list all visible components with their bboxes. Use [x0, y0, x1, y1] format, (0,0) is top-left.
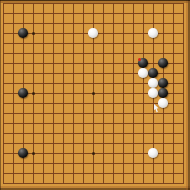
- black-stone: [18, 28, 28, 38]
- white-stone: [138, 68, 148, 78]
- star-point: [32, 92, 35, 95]
- white-stone: [88, 28, 98, 38]
- black-stone: [158, 58, 168, 68]
- white-stone: [148, 88, 158, 98]
- black-stone: [158, 78, 168, 88]
- white-stone: [148, 78, 158, 88]
- black-stone: [158, 88, 168, 98]
- white-stone: [158, 98, 168, 108]
- star-point: [92, 152, 95, 155]
- black-stone: [148, 68, 158, 78]
- black-stone: [18, 88, 28, 98]
- black-stone: [18, 148, 28, 158]
- go-board[interactable]: [0, 0, 190, 190]
- star-point: [92, 92, 95, 95]
- star-point: [32, 32, 35, 35]
- star-point: [32, 152, 35, 155]
- white-stone: [148, 28, 158, 38]
- last-move-marker: [138, 58, 141, 61]
- white-stone: [148, 148, 158, 158]
